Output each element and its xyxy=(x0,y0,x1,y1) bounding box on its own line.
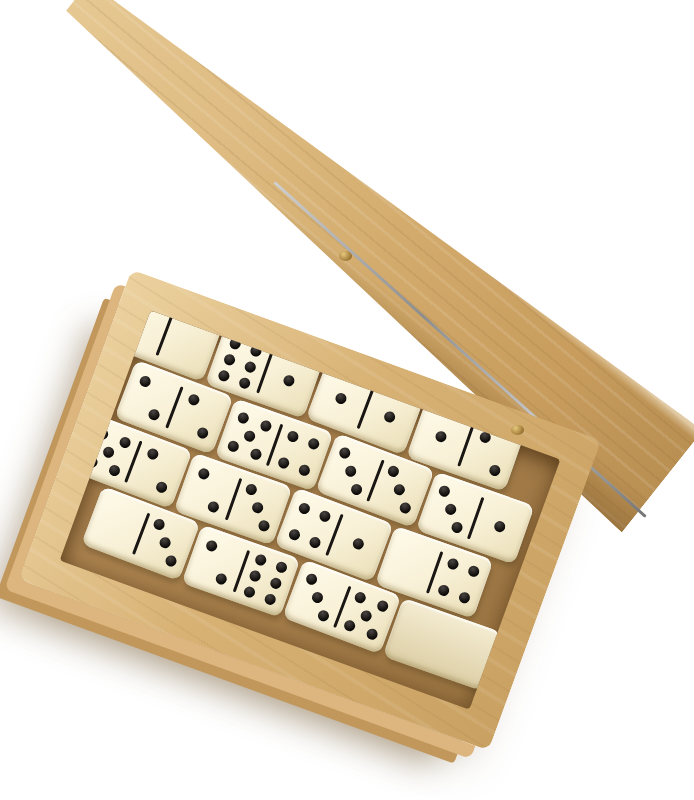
pip xyxy=(437,484,451,498)
pip xyxy=(451,521,465,535)
pip xyxy=(145,447,159,461)
pip xyxy=(108,464,122,478)
pip xyxy=(310,590,324,604)
pip xyxy=(344,464,358,478)
pip xyxy=(308,535,322,549)
pip xyxy=(434,430,448,444)
pip xyxy=(215,572,229,586)
pip xyxy=(257,519,271,533)
pip xyxy=(263,593,277,607)
pip xyxy=(95,427,109,441)
pip xyxy=(359,609,373,623)
pip xyxy=(249,344,263,358)
pip xyxy=(248,569,262,583)
pip xyxy=(376,599,390,613)
pip xyxy=(298,463,312,477)
pip xyxy=(244,482,258,496)
pip xyxy=(458,591,472,605)
pip xyxy=(138,375,152,389)
pip xyxy=(383,410,397,424)
pip xyxy=(399,501,413,515)
pip xyxy=(436,583,450,597)
pip xyxy=(216,369,230,383)
pip xyxy=(342,618,356,632)
hinge-pin xyxy=(511,425,524,435)
pip xyxy=(228,336,242,350)
pip xyxy=(101,445,115,459)
pip xyxy=(488,463,502,477)
pip xyxy=(242,585,256,599)
pip xyxy=(285,430,299,444)
pip xyxy=(350,483,364,497)
pip xyxy=(259,419,273,433)
pip xyxy=(334,391,348,405)
pip xyxy=(244,360,258,374)
pip xyxy=(478,431,492,445)
pip xyxy=(282,374,296,388)
pip xyxy=(152,517,166,531)
pip xyxy=(444,502,458,516)
pip xyxy=(304,572,318,586)
pip xyxy=(207,500,221,514)
pip xyxy=(493,520,507,534)
pip xyxy=(445,557,459,571)
pip xyxy=(118,436,132,450)
pip xyxy=(158,536,172,550)
pip xyxy=(196,467,210,481)
pip xyxy=(164,554,178,568)
pip xyxy=(249,447,263,461)
pip xyxy=(275,560,289,574)
pip xyxy=(269,576,283,590)
pip xyxy=(155,480,169,494)
pip xyxy=(253,552,267,566)
pip xyxy=(186,393,200,407)
pip xyxy=(222,353,236,367)
pip xyxy=(307,437,321,451)
pip xyxy=(236,411,250,425)
photo-scene xyxy=(0,0,694,800)
pip xyxy=(243,429,257,443)
pip xyxy=(297,502,311,516)
pip xyxy=(351,537,365,551)
pip xyxy=(251,501,265,515)
pip xyxy=(353,590,367,604)
pip xyxy=(226,439,240,453)
pip xyxy=(287,527,301,541)
pip xyxy=(276,455,290,469)
hinge-pin xyxy=(339,251,352,261)
pip xyxy=(147,407,161,421)
pip xyxy=(204,539,218,553)
pip xyxy=(318,510,332,524)
pip xyxy=(392,483,406,497)
pip xyxy=(238,377,252,391)
pip xyxy=(317,609,331,623)
pip xyxy=(365,627,379,641)
pip xyxy=(196,426,210,440)
pip xyxy=(337,446,351,460)
pip xyxy=(85,455,99,469)
pip xyxy=(467,565,481,579)
pip xyxy=(386,464,400,478)
